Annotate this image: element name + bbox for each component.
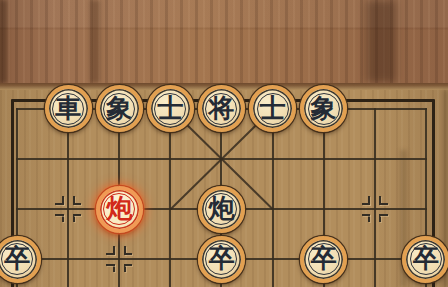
piece-black-cannon[interactable]: 炮 (198, 186, 245, 233)
piece-black-soldier[interactable]: 卒 (300, 236, 347, 283)
piece-black-advisor[interactable]: 士 (249, 85, 296, 132)
piece-glyph: 象 (106, 95, 132, 121)
piece-glyph: 卒 (4, 245, 30, 271)
piece-glyph: 車 (55, 95, 81, 121)
piece-black-advisor[interactable]: 士 (147, 85, 194, 132)
piece-black-chariot[interactable]: 車 (45, 85, 92, 132)
piece-black-elephant[interactable]: 象 (96, 85, 143, 132)
piece-black-elephant[interactable]: 象 (300, 85, 347, 132)
piece-glyph: 卒 (208, 245, 234, 271)
piece-glyph: 卒 (413, 245, 439, 271)
piece-glyph: 炮 (106, 195, 132, 221)
piece-glyph: 炮 (208, 195, 234, 221)
piece-red-cannon[interactable]: 炮 (96, 186, 143, 233)
piece-black-soldier[interactable]: 卒 (0, 236, 41, 283)
piece-black-soldier[interactable]: 卒 (198, 236, 245, 283)
xiangqi-app-screen: 車象士将士象炮炮卒卒卒卒 (0, 0, 448, 287)
piece-black-general[interactable]: 将 (198, 85, 245, 132)
piece-black-soldier[interactable]: 卒 (402, 236, 448, 283)
piece-glyph: 士 (260, 95, 286, 121)
piece-glyph: 卒 (311, 245, 337, 271)
piece-glyph: 士 (157, 95, 183, 121)
piece-glyph: 将 (208, 95, 234, 121)
pieces-layer: 車象士将士象炮炮卒卒卒卒 (0, 0, 448, 287)
piece-glyph: 象 (311, 95, 337, 121)
